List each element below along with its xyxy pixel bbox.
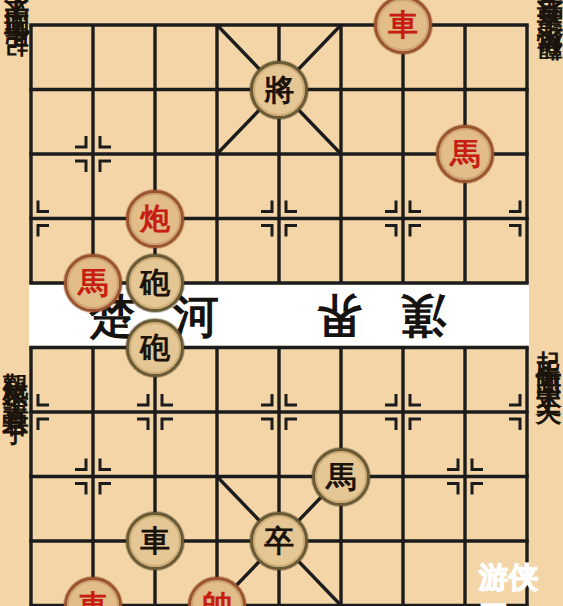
piece-black-砲[interactable]: 砲 — [126, 319, 184, 377]
river-label-hanjie: 漢界 — [278, 293, 446, 339]
couplet-left-bottom: 觀棋不語真君子 — [1, 352, 31, 408]
piece-black-車[interactable]: 車 — [126, 512, 184, 570]
piece-black-砲[interactable]: 砲 — [126, 254, 184, 312]
couplet-right-top: 觀棋不語真君子 — [534, 26, 563, 82]
couplet-right-bottom: 起手無回大丈夫 — [534, 330, 563, 386]
piece-black-卒[interactable]: 卒 — [250, 512, 308, 570]
piece-black-馬[interactable]: 馬 — [312, 448, 370, 506]
piece-red-炮[interactable]: 炮 — [126, 190, 184, 248]
piece-black-將[interactable]: 將 — [250, 61, 308, 119]
piece-red-馬[interactable]: 馬 — [64, 254, 122, 312]
xiangqi-board-screenshot: 楚河 漢界 起手無回大丈夫 觀棋不語真君子 觀棋不語真君子 起手無回大丈夫 車將… — [0, 0, 563, 606]
piece-red-馬[interactable]: 馬 — [436, 125, 494, 183]
couplet-left-top: 起手無回大丈夫 — [1, 22, 31, 78]
